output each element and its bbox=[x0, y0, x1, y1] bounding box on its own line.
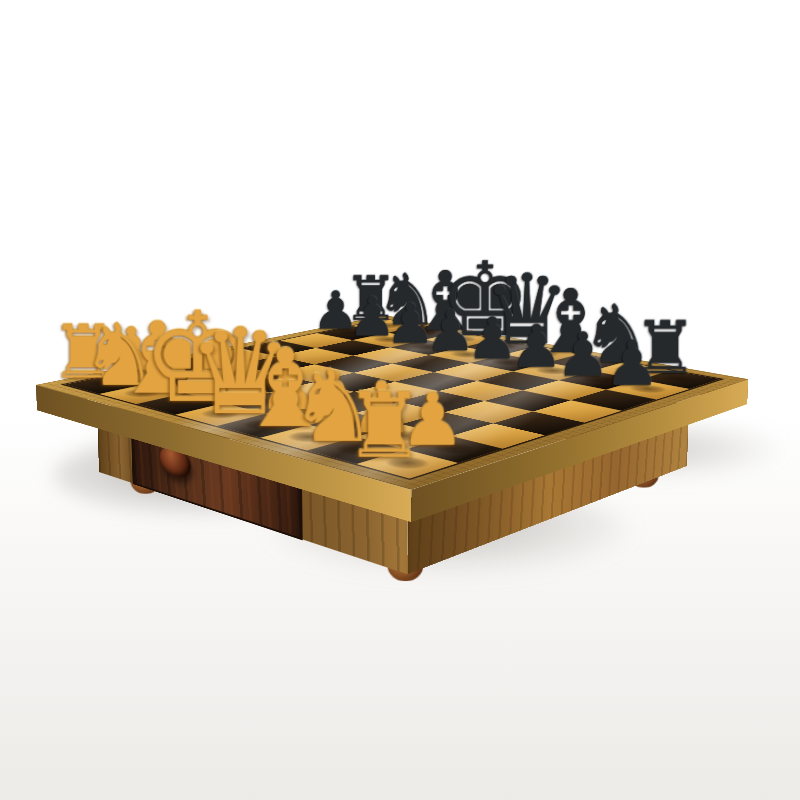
chess-board-box: ♜♞♝♚♛♝♞♜♟♟♟♟♟♟♟♟♟♟♟♟♟♟♟♟♜♞♝♚♛♝♞♜ bbox=[36, 315, 748, 490]
black-pawn-h7: ♟ bbox=[549, 332, 715, 394]
white-rook-h1: ♜ bbox=[284, 380, 484, 470]
chess-set-product-photo: ♜♞♝♚♛♝♞♜♟♟♟♟♟♟♟♟♟♟♟♟♟♟♟♟♜♞♝♚♛♝♞♜ bbox=[0, 0, 800, 800]
perspective-wrapper: ♜♞♝♚♛♝♞♜♟♟♟♟♟♟♟♟♟♟♟♟♟♟♟♟♜♞♝♚♛♝♞♜ bbox=[0, 0, 800, 800]
